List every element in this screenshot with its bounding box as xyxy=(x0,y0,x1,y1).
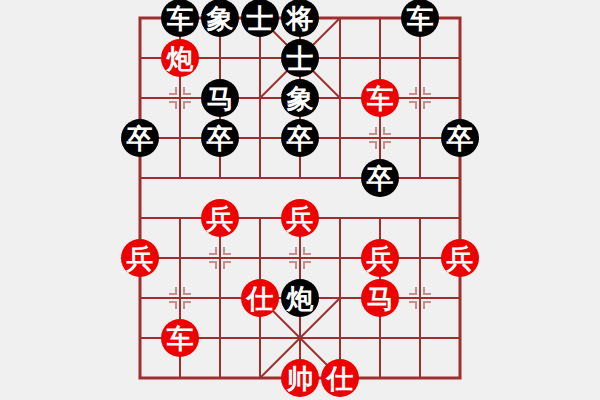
point-marker xyxy=(184,287,191,294)
point-marker xyxy=(184,87,191,94)
piece-red-advisor[interactable]: 仕 xyxy=(321,359,359,397)
point-marker xyxy=(169,87,176,94)
piece-red-soldier[interactable]: 兵 xyxy=(281,199,319,237)
piece-red-soldier[interactable]: 兵 xyxy=(361,239,399,277)
piece-black-soldier[interactable]: 卒 xyxy=(201,119,239,157)
point-marker xyxy=(409,102,416,109)
xiangqi-board[interactable]: 车象士将车炮士马象车卒卒卒卒卒兵兵兵兵兵仕炮马车帅仕 xyxy=(0,0,600,400)
piece-red-chariot[interactable]: 车 xyxy=(361,79,399,117)
piece-red-soldier[interactable]: 兵 xyxy=(441,239,479,277)
piece-black-cannon[interactable]: 炮 xyxy=(281,279,319,317)
point-marker xyxy=(409,302,416,309)
piece-black-soldier[interactable]: 卒 xyxy=(361,159,399,197)
piece-red-cannon[interactable]: 炮 xyxy=(161,39,199,77)
point-marker xyxy=(224,247,231,254)
point-marker xyxy=(304,262,311,269)
point-marker xyxy=(169,102,176,109)
point-marker xyxy=(369,142,376,149)
piece-black-soldier[interactable]: 卒 xyxy=(281,119,319,157)
point-marker xyxy=(224,262,231,269)
piece-red-advisor[interactable]: 仕 xyxy=(241,279,279,317)
point-marker xyxy=(169,287,176,294)
piece-black-elephant[interactable]: 象 xyxy=(201,0,239,37)
point-marker xyxy=(424,102,431,109)
piece-black-soldier[interactable]: 卒 xyxy=(121,119,159,157)
point-marker xyxy=(304,247,311,254)
piece-black-advisor[interactable]: 士 xyxy=(241,0,279,37)
piece-red-soldier[interactable]: 兵 xyxy=(121,239,159,277)
point-marker xyxy=(424,87,431,94)
piece-black-chariot[interactable]: 车 xyxy=(401,0,439,37)
piece-red-horse[interactable]: 马 xyxy=(361,279,399,317)
piece-red-chariot[interactable]: 车 xyxy=(161,319,199,357)
point-marker xyxy=(184,102,191,109)
point-marker xyxy=(424,287,431,294)
point-marker xyxy=(409,287,416,294)
point-marker xyxy=(424,302,431,309)
piece-black-elephant[interactable]: 象 xyxy=(281,79,319,117)
point-marker xyxy=(384,142,391,149)
piece-red-soldier[interactable]: 兵 xyxy=(201,199,239,237)
point-marker xyxy=(289,247,296,254)
point-marker xyxy=(209,262,216,269)
point-marker xyxy=(184,302,191,309)
piece-black-chariot[interactable]: 车 xyxy=(161,0,199,37)
piece-red-general[interactable]: 帅 xyxy=(281,359,319,397)
piece-black-soldier[interactable]: 卒 xyxy=(441,119,479,157)
point-marker xyxy=(384,127,391,134)
point-marker xyxy=(209,247,216,254)
point-marker xyxy=(369,127,376,134)
point-marker xyxy=(169,302,176,309)
point-marker xyxy=(289,262,296,269)
piece-black-advisor[interactable]: 士 xyxy=(281,39,319,77)
piece-black-horse[interactable]: 马 xyxy=(201,79,239,117)
point-marker xyxy=(409,87,416,94)
piece-black-general[interactable]: 将 xyxy=(281,0,319,37)
